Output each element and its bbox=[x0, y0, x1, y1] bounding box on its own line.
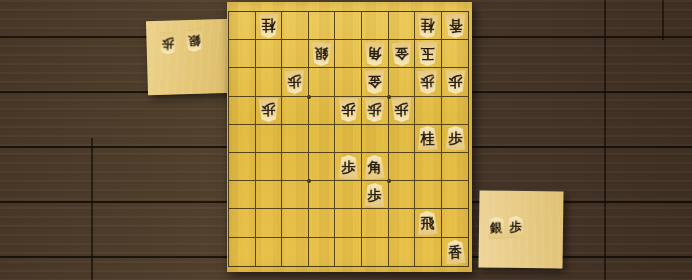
gote-piece-stand: 歩銀 bbox=[146, 19, 234, 95]
board-cell[interactable] bbox=[282, 97, 309, 125]
board-cell[interactable] bbox=[256, 125, 283, 153]
piece-sente-pawn[interactable]: 歩 bbox=[444, 126, 465, 150]
board-cell[interactable] bbox=[389, 238, 416, 266]
board-cell[interactable] bbox=[389, 181, 416, 209]
board-cell[interactable] bbox=[256, 153, 283, 181]
board-cell[interactable] bbox=[335, 209, 362, 237]
board-cell[interactable]: 桂 bbox=[256, 12, 283, 40]
board-cell[interactable] bbox=[415, 97, 442, 125]
board-cell[interactable] bbox=[335, 12, 362, 40]
board-cell[interactable] bbox=[442, 40, 469, 68]
piece-gote-bishop[interactable]: 角 bbox=[364, 42, 385, 66]
piece-gote-pawn[interactable]: 歩 bbox=[258, 98, 279, 122]
board-cell[interactable]: 歩 bbox=[442, 68, 469, 96]
piece-gote-pawn[interactable]: 歩 bbox=[417, 70, 439, 95]
piece-gote-pawn[interactable]: 歩 bbox=[284, 70, 306, 95]
board-cell[interactable] bbox=[282, 153, 309, 181]
board-cell[interactable] bbox=[389, 12, 416, 40]
board-cell[interactable] bbox=[229, 238, 256, 266]
board-cell[interactable] bbox=[389, 153, 416, 181]
piece-gote-silver[interactable]: 銀 bbox=[311, 41, 333, 66]
piece-gote-pawn[interactable]: 歩 bbox=[445, 70, 466, 94]
board-cell[interactable] bbox=[335, 181, 362, 209]
piece-gote-pawn[interactable]: 歩 bbox=[338, 98, 359, 122]
board-cell[interactable]: 飛 bbox=[415, 209, 442, 237]
board-cell[interactable]: 歩 bbox=[256, 97, 283, 125]
board-cell[interactable] bbox=[389, 125, 416, 153]
board-cell[interactable] bbox=[415, 181, 442, 209]
board-cell[interactable] bbox=[335, 68, 362, 96]
piece-gote-king[interactable]: 玉 bbox=[417, 42, 438, 66]
plank-seam bbox=[662, 0, 664, 40]
piece-sente-pawn[interactable]: 歩 bbox=[337, 154, 358, 178]
piece-sente-pawn[interactable]: 歩 bbox=[364, 183, 385, 207]
board-cell[interactable] bbox=[309, 68, 336, 96]
board-cell[interactable] bbox=[309, 238, 336, 266]
board-cell[interactable] bbox=[362, 125, 389, 153]
piece-gote-gold[interactable]: 金 bbox=[364, 70, 385, 94]
board-cell[interactable]: 桂 bbox=[415, 12, 442, 40]
board-cell[interactable] bbox=[229, 209, 256, 237]
board-cell[interactable] bbox=[256, 209, 283, 237]
board-cell[interactable] bbox=[335, 40, 362, 68]
board-cell[interactable] bbox=[309, 97, 336, 125]
piece-sente-silver[interactable]: 銀 bbox=[487, 216, 506, 238]
board-cell[interactable]: 歩 bbox=[415, 68, 442, 96]
sente-piece-stand: 銀歩 bbox=[478, 190, 563, 268]
board-cell[interactable] bbox=[282, 12, 309, 40]
board-cell[interactable]: 歩 bbox=[442, 125, 469, 153]
board-cell[interactable] bbox=[282, 181, 309, 209]
board-cell[interactable] bbox=[309, 209, 336, 237]
board-cell[interactable]: 歩 bbox=[282, 68, 309, 96]
board-cell[interactable] bbox=[256, 68, 283, 96]
board-cell[interactable] bbox=[229, 125, 256, 153]
board-cell[interactable] bbox=[229, 153, 256, 181]
board-cell[interactable]: 桂 bbox=[415, 125, 442, 153]
board-cell[interactable] bbox=[362, 12, 389, 40]
plank-seam bbox=[91, 138, 93, 280]
board-cell[interactable]: 歩 bbox=[362, 181, 389, 209]
board-cell[interactable]: 歩 bbox=[335, 97, 362, 125]
board-cell[interactable]: 歩 bbox=[389, 97, 416, 125]
board-cell[interactable] bbox=[415, 153, 442, 181]
board-cell[interactable] bbox=[229, 12, 256, 40]
piece-gote-silver[interactable]: 銀 bbox=[184, 29, 205, 52]
board-cell[interactable] bbox=[256, 181, 283, 209]
board-cell[interactable]: 歩 bbox=[335, 153, 362, 181]
board-cell[interactable]: 香 bbox=[442, 238, 469, 266]
board-cell[interactable]: 歩 bbox=[362, 97, 389, 125]
board-cell[interactable] bbox=[335, 125, 362, 153]
board-cell[interactable]: 銀 bbox=[309, 40, 336, 68]
piece-gote-knight[interactable]: 桂 bbox=[417, 13, 439, 38]
board-cell[interactable] bbox=[282, 125, 309, 153]
board-cell[interactable]: 金 bbox=[389, 40, 416, 68]
board-grid: 桂桂香銀角金玉歩金歩歩歩歩歩歩桂歩歩角歩飛香 bbox=[228, 11, 469, 267]
piece-gote-lance[interactable]: 香 bbox=[444, 13, 465, 37]
board-cell[interactable] bbox=[282, 238, 309, 266]
board-cell[interactable]: 金 bbox=[362, 68, 389, 96]
piece-sente-pawn[interactable]: 歩 bbox=[506, 215, 526, 238]
piece-gote-pawn[interactable]: 歩 bbox=[391, 98, 412, 122]
board-cell[interactable] bbox=[229, 181, 256, 209]
board-cell[interactable] bbox=[229, 40, 256, 68]
board-cell[interactable] bbox=[309, 12, 336, 40]
piece-sente-rook[interactable]: 飛 bbox=[417, 211, 439, 236]
board-cell[interactable] bbox=[335, 238, 362, 266]
board-cell[interactable] bbox=[309, 153, 336, 181]
board-cell[interactable] bbox=[256, 238, 283, 266]
board-cell[interactable] bbox=[229, 68, 256, 96]
board-cell[interactable] bbox=[389, 68, 416, 96]
board-cell[interactable] bbox=[229, 97, 256, 125]
piece-sente-bishop[interactable]: 角 bbox=[364, 154, 386, 179]
board-cell[interactable] bbox=[282, 40, 309, 68]
piece-gote-gold[interactable]: 金 bbox=[390, 41, 412, 66]
piece-gote-pawn[interactable]: 歩 bbox=[364, 98, 386, 123]
piece-gote-pawn[interactable]: 歩 bbox=[158, 32, 178, 54]
board-cell[interactable] bbox=[442, 181, 469, 209]
board-cell[interactable]: 角 bbox=[362, 153, 389, 181]
board-cell[interactable] bbox=[442, 97, 469, 125]
board-cell[interactable] bbox=[309, 125, 336, 153]
board-cell[interactable] bbox=[415, 238, 442, 266]
plank-seam bbox=[604, 0, 606, 280]
board-cell[interactable] bbox=[309, 181, 336, 209]
board-cell[interactable]: 香 bbox=[442, 12, 469, 40]
shogi-board: 桂桂香銀角金玉歩金歩歩歩歩歩歩桂歩歩角歩飛香 bbox=[227, 2, 472, 272]
piece-sente-lance[interactable]: 香 bbox=[444, 239, 466, 264]
board-cell[interactable] bbox=[362, 238, 389, 266]
board-cell[interactable] bbox=[442, 153, 469, 181]
board-cell[interactable]: 角 bbox=[362, 40, 389, 68]
piece-sente-knight[interactable]: 桂 bbox=[417, 126, 438, 150]
board-cell[interactable] bbox=[442, 209, 469, 237]
board-cell[interactable] bbox=[282, 209, 309, 237]
board-cell[interactable] bbox=[389, 209, 416, 237]
board-cell[interactable] bbox=[362, 209, 389, 237]
piece-gote-knight[interactable]: 桂 bbox=[258, 14, 279, 38]
board-cell[interactable]: 玉 bbox=[415, 40, 442, 68]
table-surface: 歩銀 桂桂香銀角金玉歩金歩歩歩歩歩歩桂歩歩角歩飛香 銀歩 bbox=[0, 0, 692, 280]
board-cell[interactable] bbox=[256, 40, 283, 68]
